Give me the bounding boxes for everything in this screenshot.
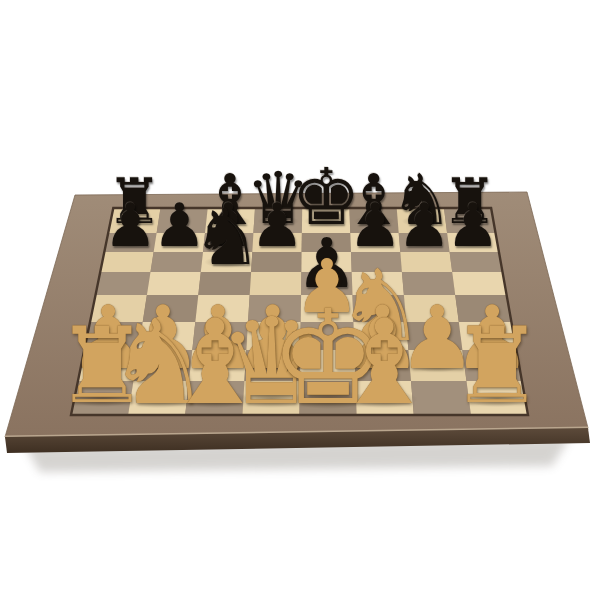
square-c1 bbox=[185, 381, 244, 415]
square-c8 bbox=[205, 208, 255, 233]
square-g7 bbox=[399, 233, 450, 252]
square-g2 bbox=[408, 350, 466, 381]
square-c5 bbox=[198, 272, 251, 295]
square-a8 bbox=[108, 208, 160, 233]
square-d4 bbox=[248, 295, 301, 322]
square-a2 bbox=[78, 350, 138, 381]
square-h5 bbox=[452, 272, 506, 295]
square-h4 bbox=[455, 295, 511, 322]
square-b4 bbox=[143, 295, 199, 322]
square-g3 bbox=[406, 322, 462, 350]
square-h6 bbox=[450, 252, 503, 272]
square-f8 bbox=[349, 208, 398, 233]
square-h1 bbox=[467, 381, 529, 415]
square-b8 bbox=[157, 208, 208, 233]
square-h3 bbox=[459, 322, 517, 350]
square-d5 bbox=[250, 272, 302, 295]
square-d8 bbox=[253, 208, 302, 233]
square-b1 bbox=[128, 381, 189, 415]
square-f2 bbox=[354, 350, 411, 381]
square-f3 bbox=[353, 322, 408, 350]
square-b2 bbox=[133, 350, 192, 381]
square-h8 bbox=[444, 208, 496, 233]
square-f1 bbox=[356, 381, 414, 415]
square-h2 bbox=[462, 350, 522, 381]
square-b6 bbox=[151, 252, 204, 272]
square-f4 bbox=[353, 295, 407, 322]
square-b5 bbox=[147, 272, 201, 295]
square-g5 bbox=[402, 272, 455, 295]
square-d7 bbox=[252, 233, 302, 252]
square-g6 bbox=[400, 252, 452, 272]
square-a7 bbox=[104, 233, 156, 252]
square-f7 bbox=[350, 233, 400, 252]
board-photo: ♜♝♛♚♝♞♜♟♟♟♟♟♟♟♞♟♟♞♟♟♟♟♟♟♟♜♞♝♛♚♝♜ bbox=[0, 0, 600, 600]
square-c3 bbox=[192, 322, 248, 350]
square-a1 bbox=[71, 381, 133, 415]
square-e1 bbox=[300, 381, 357, 415]
square-e6 bbox=[301, 252, 351, 272]
square-g8 bbox=[397, 208, 447, 233]
square-d6 bbox=[251, 252, 302, 272]
square-e4 bbox=[301, 295, 354, 322]
square-e5 bbox=[301, 272, 352, 295]
chess-board bbox=[0, 0, 600, 600]
square-a3 bbox=[84, 322, 142, 350]
square-a6 bbox=[100, 252, 153, 272]
square-f6 bbox=[351, 252, 402, 272]
square-a4 bbox=[90, 295, 147, 322]
square-d3 bbox=[246, 322, 300, 350]
square-g1 bbox=[411, 381, 471, 415]
square-c6 bbox=[201, 252, 253, 272]
square-e3 bbox=[300, 322, 354, 350]
square-h7 bbox=[447, 233, 499, 252]
square-e8 bbox=[302, 208, 350, 233]
square-c4 bbox=[195, 295, 249, 322]
square-e7 bbox=[302, 233, 351, 252]
square-c7 bbox=[203, 233, 253, 252]
square-b7 bbox=[154, 233, 205, 252]
square-e2 bbox=[300, 350, 356, 381]
square-c2 bbox=[189, 350, 246, 381]
square-a5 bbox=[96, 272, 151, 295]
square-g4 bbox=[404, 295, 459, 322]
square-d2 bbox=[244, 350, 300, 381]
square-b3 bbox=[138, 322, 195, 350]
square-d1 bbox=[242, 381, 300, 415]
square-f5 bbox=[352, 272, 404, 295]
